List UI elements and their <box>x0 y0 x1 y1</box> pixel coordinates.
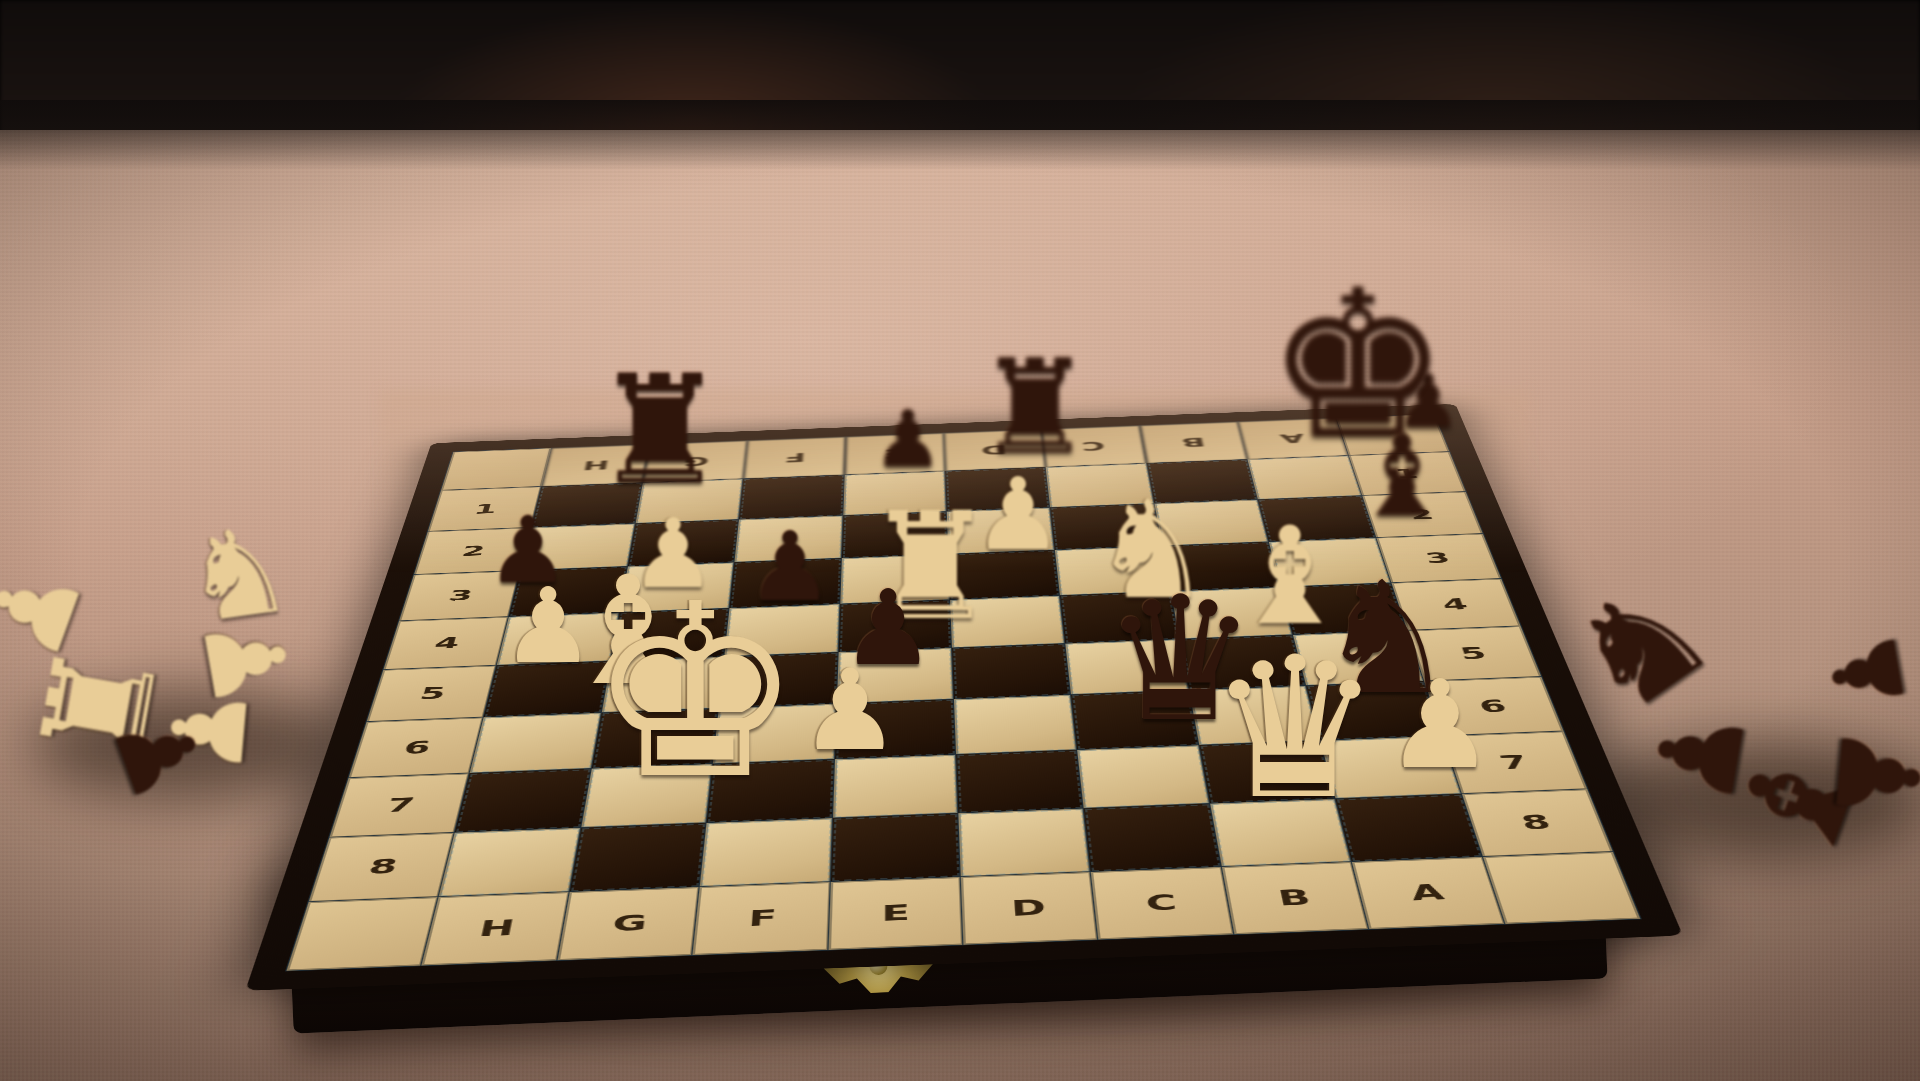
square-seam <box>470 713 601 773</box>
piece-dark-rook-c1: ♜ <box>977 342 1094 472</box>
captured-dark-pawn: ♟ <box>1818 720 1920 830</box>
square-d6 <box>954 695 1078 755</box>
rank-label: 8 <box>1462 789 1613 856</box>
square-seam <box>830 813 960 881</box>
file-label: A <box>1352 857 1505 929</box>
file-label: H <box>422 892 570 966</box>
piece-dark-pawn-d1: ♟ <box>873 400 943 478</box>
square-seam <box>1084 804 1221 872</box>
piece-light-queen-b8: ♛ <box>1208 631 1383 826</box>
square-seam <box>570 823 707 892</box>
rank-label: 8 <box>309 833 455 902</box>
square-seam <box>439 828 581 897</box>
board-corner <box>1482 852 1640 924</box>
rank-label: 4 <box>383 617 509 670</box>
square-d8 <box>958 809 1091 877</box>
board-corner <box>441 448 551 490</box>
piece-light-pawn-a7: ♟ <box>1385 664 1494 786</box>
square-c8 <box>1084 804 1221 872</box>
file-label: G <box>557 887 700 961</box>
file-label: C <box>1091 867 1234 940</box>
square-e8 <box>830 813 960 881</box>
square-g8 <box>570 823 707 892</box>
board-corner <box>287 897 440 971</box>
square-seam <box>956 750 1084 814</box>
photo-scene: HGFEDCBA1122334455667788HGFEDCBA ♟♟♜♚♜♝♟… <box>0 0 1920 1081</box>
file-label: B <box>1140 422 1248 464</box>
piece-light-pawn-e7: ♟ <box>800 654 900 766</box>
square-h8 <box>439 828 581 897</box>
file-label: E <box>828 877 963 950</box>
square-d7 <box>956 750 1084 814</box>
file-label: B <box>1222 862 1370 935</box>
piece-dark-rook-f2: ♜ <box>593 355 727 505</box>
square-seam <box>958 809 1091 877</box>
rank-label: 7 <box>329 773 470 837</box>
file-label: F <box>744 437 846 479</box>
piece-dark-bishop-a2: ♝ <box>1352 420 1452 532</box>
piece-light-king-f8: ♚ <box>587 572 802 812</box>
rank-label: 6 <box>349 718 484 778</box>
rank-label: 5 <box>367 665 498 722</box>
file-label: F <box>693 882 831 955</box>
square-h6 <box>470 713 601 773</box>
square-seam <box>455 769 591 833</box>
captured-dark-pawn: ♟ <box>1816 623 1920 720</box>
file-label: D <box>961 872 1099 945</box>
square-seam <box>954 695 1078 755</box>
table-horizon-fade <box>0 100 1920 170</box>
square-h7 <box>455 769 591 833</box>
